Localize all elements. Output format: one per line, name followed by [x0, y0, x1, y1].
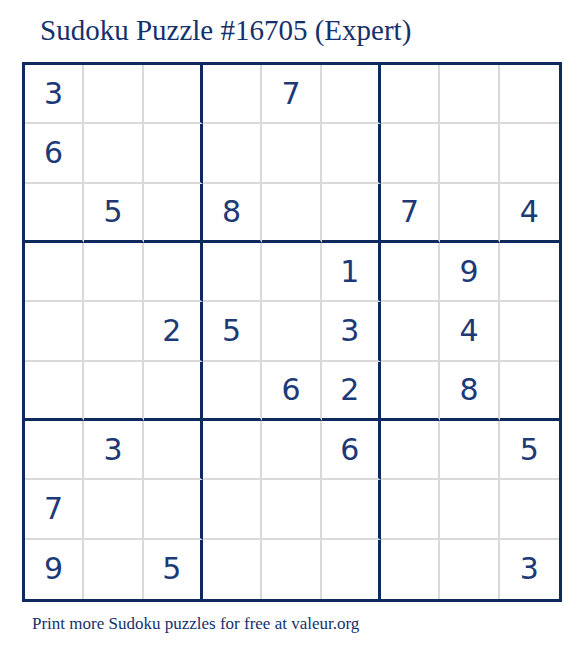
cell-r4c1	[25, 243, 84, 302]
cell-r9c7	[381, 540, 440, 599]
cell-r4c4	[203, 243, 262, 302]
cell-r2c8	[440, 124, 499, 183]
footer-text: Print more Sudoku puzzles for free at va…	[32, 613, 359, 635]
cell-r2c9	[500, 124, 559, 183]
cell-r7c4	[203, 421, 262, 480]
cell-r8c2	[84, 480, 143, 539]
cell-r3c8	[440, 184, 499, 243]
cell-r1c7	[381, 65, 440, 124]
cell-r4c7	[381, 243, 440, 302]
cell-r9c8	[440, 540, 499, 599]
cell-r5c2	[84, 302, 143, 361]
cell-r5c9	[500, 302, 559, 361]
cell-r8c7	[381, 480, 440, 539]
cell-r1c4	[203, 65, 262, 124]
cell-r9c2	[84, 540, 143, 599]
cell-r9c5	[262, 540, 321, 599]
cell-r1c8	[440, 65, 499, 124]
cell-r4c2	[84, 243, 143, 302]
cell-r8c9	[500, 480, 559, 539]
cell-r4c9	[500, 243, 559, 302]
page-title: Sudoku Puzzle #16705 (Expert)	[40, 12, 411, 48]
cell-r7c2: 3	[84, 421, 143, 480]
cell-r9c3: 5	[144, 540, 203, 599]
cell-r8c8	[440, 480, 499, 539]
cell-r3c1	[25, 184, 84, 243]
cell-r6c3	[144, 362, 203, 421]
cell-r1c5: 7	[262, 65, 321, 124]
cell-r4c3	[144, 243, 203, 302]
cell-r9c1: 9	[25, 540, 84, 599]
cell-r8c3	[144, 480, 203, 539]
cell-r3c2: 5	[84, 184, 143, 243]
cell-r1c6	[322, 65, 381, 124]
cell-r4c6: 1	[322, 243, 381, 302]
cell-r7c3	[144, 421, 203, 480]
cell-r1c9	[500, 65, 559, 124]
cell-r3c4: 8	[203, 184, 262, 243]
cell-r2c6	[322, 124, 381, 183]
cell-r1c1: 3	[25, 65, 84, 124]
cell-r7c8	[440, 421, 499, 480]
cell-r8c4	[203, 480, 262, 539]
cell-r5c7	[381, 302, 440, 361]
cell-r6c1	[25, 362, 84, 421]
cell-r3c7: 7	[381, 184, 440, 243]
cell-r6c5: 6	[262, 362, 321, 421]
cell-r8c5	[262, 480, 321, 539]
cell-r2c4	[203, 124, 262, 183]
cell-r2c2	[84, 124, 143, 183]
cell-r7c5	[262, 421, 321, 480]
cell-r7c1	[25, 421, 84, 480]
cell-r9c4	[203, 540, 262, 599]
cell-r8c6	[322, 480, 381, 539]
cell-r2c3	[144, 124, 203, 183]
cell-r5c8: 4	[440, 302, 499, 361]
cell-r4c8: 9	[440, 243, 499, 302]
cell-r2c1: 6	[25, 124, 84, 183]
cell-r5c5	[262, 302, 321, 361]
cell-r7c6: 6	[322, 421, 381, 480]
cell-r4c5	[262, 243, 321, 302]
sudoku-board: 37658741925346283657953	[22, 62, 562, 602]
cell-r1c3	[144, 65, 203, 124]
cell-r5c1	[25, 302, 84, 361]
cell-r6c4	[203, 362, 262, 421]
cell-r6c8: 8	[440, 362, 499, 421]
cell-r6c7	[381, 362, 440, 421]
cell-r5c6: 3	[322, 302, 381, 361]
cell-r9c6	[322, 540, 381, 599]
cell-r3c9: 4	[500, 184, 559, 243]
cell-r3c6	[322, 184, 381, 243]
cell-r6c6: 2	[322, 362, 381, 421]
cell-r9c9: 3	[500, 540, 559, 599]
cell-r7c9: 5	[500, 421, 559, 480]
cell-r2c5	[262, 124, 321, 183]
cell-r5c3: 2	[144, 302, 203, 361]
sudoku-printable-page: Sudoku Puzzle #16705 (Expert) 3765874192…	[0, 0, 580, 651]
cell-r8c1: 7	[25, 480, 84, 539]
cell-r6c2	[84, 362, 143, 421]
cell-r1c2	[84, 65, 143, 124]
cell-r6c9	[500, 362, 559, 421]
cell-r3c3	[144, 184, 203, 243]
cell-r2c7	[381, 124, 440, 183]
cell-r7c7	[381, 421, 440, 480]
cell-r5c4: 5	[203, 302, 262, 361]
cell-r3c5	[262, 184, 321, 243]
